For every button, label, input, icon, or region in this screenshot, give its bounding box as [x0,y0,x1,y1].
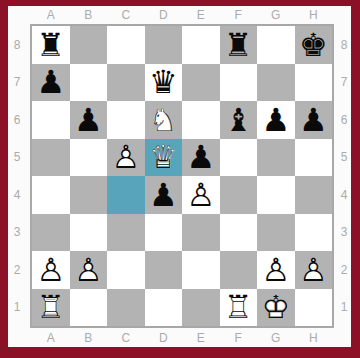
file-labels-top: ABCDEFGH [32,7,332,23]
file-label-h: H [295,7,333,23]
piece-outline-layer: ♙ [107,139,145,177]
rank-label-1: 1 [336,289,352,327]
black-pawn[interactable]: ♟ [145,176,183,214]
piece-outline-layer: ♙ [295,251,333,289]
square-a3[interactable] [32,214,70,252]
square-g7[interactable] [257,64,295,102]
square-d1[interactable] [145,289,183,327]
square-h4[interactable] [295,176,333,214]
file-label-a: A [32,330,70,346]
rank-label-8: 8 [9,26,25,64]
square-g8[interactable] [257,26,295,64]
square-e4[interactable]: ♟♙ [182,176,220,214]
square-a2[interactable]: ♟♙ [32,251,70,289]
square-c3[interactable] [107,214,145,252]
file-label-h: H [295,330,333,346]
rank-label-3: 3 [336,214,352,252]
piece-glyph: ♛ [145,64,183,102]
white-pawn[interactable]: ♟♙ [107,139,145,177]
square-b8[interactable] [70,26,108,64]
square-g2[interactable]: ♟♙ [257,251,295,289]
rank-label-5: 5 [9,139,25,177]
square-h5[interactable] [295,139,333,177]
rank-labels-left: 87654321 [9,26,25,326]
rank-label-1: 1 [9,289,25,327]
file-label-f: F [220,330,258,346]
square-a4[interactable] [32,176,70,214]
square-f4[interactable] [220,176,258,214]
black-pawn[interactable]: ♟ [257,101,295,139]
piece-outline-layer: ♖ [220,289,258,327]
rank-label-2: 2 [336,251,352,289]
file-label-b: B [70,7,108,23]
square-f5[interactable] [220,139,258,177]
rank-label-6: 6 [9,101,25,139]
file-label-e: E [182,330,220,346]
file-label-a: A [32,7,70,23]
black-pawn[interactable]: ♟ [295,101,333,139]
square-b1[interactable] [70,289,108,327]
white-pawn[interactable]: ♟♙ [70,251,108,289]
square-f3[interactable] [220,214,258,252]
white-pawn[interactable]: ♟♙ [32,251,70,289]
piece-glyph: ♜ [220,26,258,64]
piece-glyph: ♝ [220,101,258,139]
square-e7[interactable] [182,64,220,102]
square-b7[interactable] [70,64,108,102]
chess-app-frame: ABCDEFGH 87654321 ♜♜♚♟♛♟♞♘♝♟♟♟♙♛♕♟♟♟♙♟♙♟… [0,0,360,358]
square-h7[interactable] [295,64,333,102]
square-h8[interactable]: ♚ [295,26,333,64]
piece-glyph: ♟ [257,101,295,139]
square-f8[interactable]: ♜ [220,26,258,64]
square-e8[interactable] [182,26,220,64]
square-d3[interactable] [145,214,183,252]
square-c6[interactable] [107,101,145,139]
black-pawn[interactable]: ♟ [32,64,70,102]
rank-label-5: 5 [336,139,352,177]
file-label-d: D [145,7,183,23]
piece-glyph: ♟ [295,101,333,139]
file-label-g: G [257,330,295,346]
square-e2[interactable] [182,251,220,289]
rank-labels-right: 87654321 [336,26,352,326]
white-knight[interactable]: ♞♘ [145,101,183,139]
piece-glyph: ♟ [182,139,220,177]
white-rook[interactable]: ♜♖ [220,289,258,327]
square-h6[interactable]: ♟ [295,101,333,139]
square-g3[interactable] [257,214,295,252]
square-d2[interactable] [145,251,183,289]
file-label-c: C [107,330,145,346]
square-d7[interactable]: ♛ [145,64,183,102]
square-f2[interactable] [220,251,258,289]
chess-board: ♜♜♚♟♛♟♞♘♝♟♟♟♙♛♕♟♟♟♙♟♙♟♙♟♙♟♙♜♖♜♖♚♔ [30,24,334,328]
piece-outline-layer: ♘ [145,101,183,139]
square-e5[interactable]: ♟ [182,139,220,177]
piece-outline-layer: ♙ [32,251,70,289]
square-a7[interactable]: ♟ [32,64,70,102]
file-label-c: C [107,7,145,23]
square-b3[interactable] [70,214,108,252]
square-a5[interactable] [32,139,70,177]
white-king[interactable]: ♚♔ [257,289,295,327]
file-label-e: E [182,7,220,23]
rank-label-7: 7 [336,64,352,102]
file-label-b: B [70,330,108,346]
square-c2[interactable] [107,251,145,289]
square-f1[interactable]: ♜♖ [220,289,258,327]
square-g6[interactable]: ♟ [257,101,295,139]
white-rook[interactable]: ♜♖ [32,289,70,327]
black-rook[interactable]: ♜ [32,26,70,64]
square-b2[interactable]: ♟♙ [70,251,108,289]
square-g5[interactable] [257,139,295,177]
square-g1[interactable]: ♚♔ [257,289,295,327]
rank-label-7: 7 [9,64,25,102]
black-rook[interactable]: ♜ [220,26,258,64]
black-king[interactable]: ♚ [295,26,333,64]
piece-glyph: ♚ [295,26,333,64]
black-queen[interactable]: ♛ [145,64,183,102]
square-c1[interactable] [107,289,145,327]
rank-label-4: 4 [336,176,352,214]
square-f6[interactable]: ♝ [220,101,258,139]
square-e6[interactable] [182,101,220,139]
square-c7[interactable] [107,64,145,102]
piece-glyph: ♟ [32,64,70,102]
piece-glyph: ♜ [32,26,70,64]
square-b5[interactable] [70,139,108,177]
black-pawn[interactable]: ♟ [70,101,108,139]
square-e1[interactable] [182,289,220,327]
file-label-f: F [220,7,258,23]
piece-glyph: ♟ [70,101,108,139]
square-f7[interactable] [220,64,258,102]
white-queen[interactable]: ♛♕ [145,139,183,177]
piece-outline-layer: ♕ [145,139,183,177]
square-d4[interactable]: ♟ [145,176,183,214]
square-b6[interactable]: ♟ [70,101,108,139]
piece-glyph: ♟ [145,176,183,214]
square-h3[interactable] [295,214,333,252]
square-d6[interactable]: ♞♘ [145,101,183,139]
square-e3[interactable] [182,214,220,252]
rank-label-3: 3 [9,214,25,252]
square-g4[interactable] [257,176,295,214]
white-pawn[interactable]: ♟♙ [182,176,220,214]
file-labels-bottom: ABCDEFGH [32,330,332,346]
square-c8[interactable] [107,26,145,64]
rank-label-4: 4 [9,176,25,214]
white-pawn[interactable]: ♟♙ [295,251,333,289]
square-b4[interactable] [70,176,108,214]
square-a1[interactable]: ♜♖ [32,289,70,327]
piece-outline-layer: ♙ [182,176,220,214]
square-d5[interactable]: ♛♕ [145,139,183,177]
rank-label-8: 8 [336,26,352,64]
rank-label-2: 2 [9,251,25,289]
square-a6[interactable] [32,101,70,139]
white-pawn[interactable]: ♟♙ [257,251,295,289]
square-h2[interactable]: ♟♙ [295,251,333,289]
square-h1[interactable] [295,289,333,327]
black-bishop[interactable]: ♝ [220,101,258,139]
square-a8[interactable]: ♜ [32,26,70,64]
square-d8[interactable] [145,26,183,64]
file-label-g: G [257,7,295,23]
piece-outline-layer: ♙ [70,251,108,289]
file-label-d: D [145,330,183,346]
rank-label-6: 6 [336,101,352,139]
square-c5[interactable]: ♟♙ [107,139,145,177]
black-pawn[interactable]: ♟ [182,139,220,177]
square-c4[interactable] [107,176,145,214]
piece-outline-layer: ♙ [257,251,295,289]
piece-outline-layer: ♔ [257,289,295,327]
piece-outline-layer: ♖ [32,289,70,327]
